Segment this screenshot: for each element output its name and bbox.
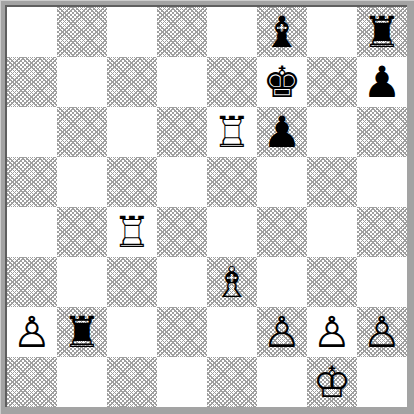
square-f8[interactable]: ♝ — [257, 7, 307, 57]
square-b1[interactable] — [57, 357, 107, 407]
square-a4[interactable] — [7, 207, 57, 257]
square-e6[interactable]: ♖ — [207, 107, 257, 157]
chess-board: ♝♜♚♟♖♟♖♗♙♜♙♙♙♔ — [5, 5, 407, 407]
square-b4[interactable] — [57, 207, 107, 257]
square-b6[interactable] — [57, 107, 107, 157]
square-f6[interactable]: ♟ — [257, 107, 307, 157]
black-bishop-icon: ♝ — [263, 7, 302, 57]
square-a5[interactable] — [7, 157, 57, 207]
square-b3[interactable] — [57, 257, 107, 307]
square-g5[interactable] — [307, 157, 357, 207]
square-d6[interactable] — [157, 107, 207, 157]
square-f2[interactable]: ♙ — [257, 307, 307, 357]
white-pawn-icon: ♙ — [313, 307, 352, 357]
square-h2[interactable]: ♙ — [357, 307, 407, 357]
white-king-icon: ♔ — [313, 357, 352, 407]
black-rook-icon: ♜ — [63, 307, 102, 357]
square-h5[interactable] — [357, 157, 407, 207]
square-d4[interactable] — [157, 207, 207, 257]
square-d1[interactable] — [157, 357, 207, 407]
square-c6[interactable] — [107, 107, 157, 157]
square-c5[interactable] — [107, 157, 157, 207]
square-h1[interactable] — [357, 357, 407, 407]
square-e5[interactable] — [207, 157, 257, 207]
square-c7[interactable] — [107, 57, 157, 107]
square-b7[interactable] — [57, 57, 107, 107]
square-c3[interactable] — [107, 257, 157, 307]
square-h6[interactable] — [357, 107, 407, 157]
square-b5[interactable] — [57, 157, 107, 207]
square-a6[interactable] — [7, 107, 57, 157]
black-king-icon: ♚ — [263, 57, 302, 107]
square-c2[interactable] — [107, 307, 157, 357]
square-h8[interactable]: ♜ — [357, 7, 407, 57]
white-pawn-icon: ♙ — [363, 307, 402, 357]
square-g7[interactable] — [307, 57, 357, 107]
square-h3[interactable] — [357, 257, 407, 307]
square-f1[interactable] — [257, 357, 307, 407]
square-e7[interactable] — [207, 57, 257, 107]
square-a1[interactable] — [7, 357, 57, 407]
black-pawn-icon: ♟ — [263, 107, 302, 157]
square-a2[interactable]: ♙ — [7, 307, 57, 357]
square-d5[interactable] — [157, 157, 207, 207]
square-f3[interactable] — [257, 257, 307, 307]
square-b8[interactable] — [57, 7, 107, 57]
square-d8[interactable] — [157, 7, 207, 57]
white-pawn-icon: ♙ — [13, 307, 52, 357]
board-frame: ♝♜♚♟♖♟♖♗♙♜♙♙♙♔ — [0, 0, 414, 414]
square-e8[interactable] — [207, 7, 257, 57]
square-e2[interactable] — [207, 307, 257, 357]
square-f7[interactable]: ♚ — [257, 57, 307, 107]
square-f4[interactable] — [257, 207, 307, 257]
square-g2[interactable]: ♙ — [307, 307, 357, 357]
white-rook-icon: ♖ — [213, 107, 252, 157]
square-a8[interactable] — [7, 7, 57, 57]
square-g8[interactable] — [307, 7, 357, 57]
square-e3[interactable]: ♗ — [207, 257, 257, 307]
white-pawn-icon: ♙ — [263, 307, 302, 357]
square-e4[interactable] — [207, 207, 257, 257]
square-g3[interactable] — [307, 257, 357, 307]
black-pawn-icon: ♟ — [363, 57, 402, 107]
square-d7[interactable] — [157, 57, 207, 107]
square-g6[interactable] — [307, 107, 357, 157]
black-rook-icon: ♜ — [363, 7, 402, 57]
white-rook-icon: ♖ — [113, 207, 152, 257]
square-b2[interactable]: ♜ — [57, 307, 107, 357]
square-h7[interactable]: ♟ — [357, 57, 407, 107]
square-e1[interactable] — [207, 357, 257, 407]
square-c8[interactable] — [107, 7, 157, 57]
square-g1[interactable]: ♔ — [307, 357, 357, 407]
square-h4[interactable] — [357, 207, 407, 257]
white-bishop-icon: ♗ — [213, 257, 252, 307]
square-d3[interactable] — [157, 257, 207, 307]
square-d2[interactable] — [157, 307, 207, 357]
square-c1[interactable] — [107, 357, 157, 407]
square-f5[interactable] — [257, 157, 307, 207]
square-g4[interactable] — [307, 207, 357, 257]
square-c4[interactable]: ♖ — [107, 207, 157, 257]
square-a3[interactable] — [7, 257, 57, 307]
square-a7[interactable] — [7, 57, 57, 107]
